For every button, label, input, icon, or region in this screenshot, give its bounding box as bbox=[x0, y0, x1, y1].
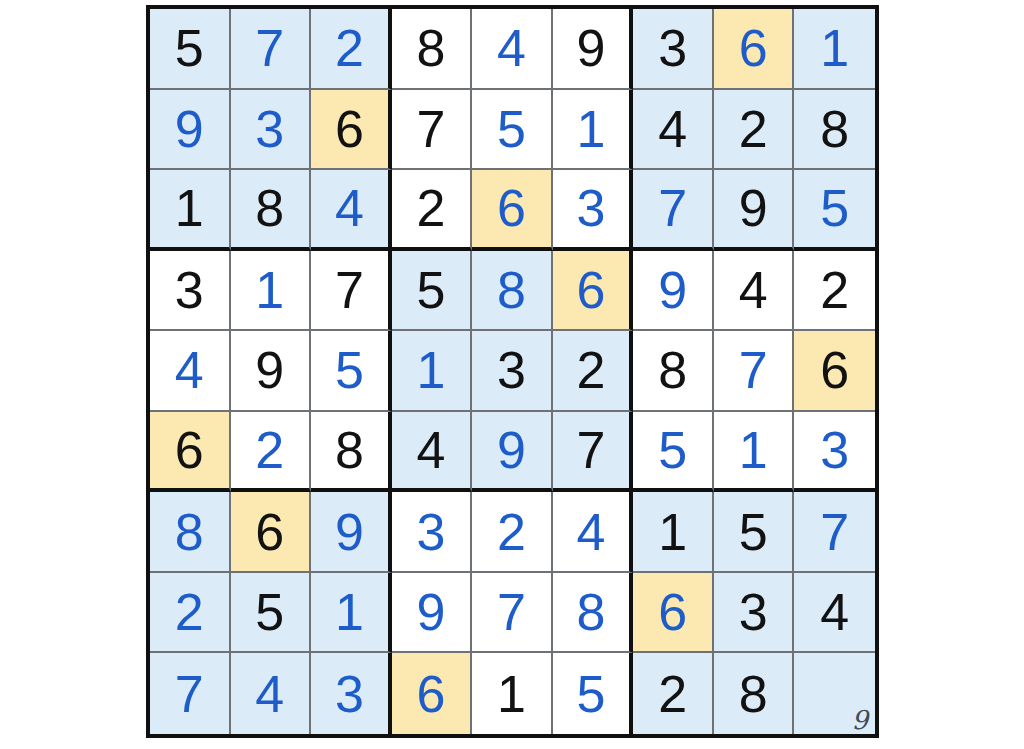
cell-r6c2[interactable]: 2 bbox=[231, 412, 312, 493]
user-digit: 8 bbox=[577, 586, 606, 638]
cell-r1c1[interactable]: 5 bbox=[150, 9, 231, 90]
user-digit: 4 bbox=[497, 22, 526, 74]
cell-r7c3[interactable]: 9 bbox=[311, 492, 392, 573]
cell-r1c6[interactable]: 9 bbox=[553, 9, 634, 90]
given-digit: 1 bbox=[497, 668, 526, 720]
given-digit: 2 bbox=[416, 182, 445, 234]
given-digit: 9 bbox=[577, 22, 606, 74]
user-digit: 7 bbox=[820, 506, 849, 558]
cell-r4c8[interactable]: 4 bbox=[714, 251, 795, 332]
given-digit: 2 bbox=[577, 344, 606, 396]
user-digit: 6 bbox=[658, 586, 687, 638]
cell-r2c4[interactable]: 7 bbox=[392, 90, 473, 171]
cell-r9c2[interactable]: 4 bbox=[231, 653, 312, 734]
user-digit: 9 bbox=[175, 103, 204, 155]
cell-r3c7[interactable]: 7 bbox=[633, 170, 714, 251]
cell-r4c6[interactable]: 6 bbox=[553, 251, 634, 332]
cell-r8c7[interactable]: 6 bbox=[633, 573, 714, 654]
given-digit: 3 bbox=[497, 344, 526, 396]
user-digit: 2 bbox=[175, 586, 204, 638]
user-digit: 6 bbox=[577, 264, 606, 316]
cell-r5c4[interactable]: 1 bbox=[392, 331, 473, 412]
user-digit: 3 bbox=[577, 182, 606, 234]
user-digit: 5 bbox=[577, 668, 606, 720]
cell-r7c9[interactable]: 7 bbox=[794, 492, 875, 573]
cell-r6c5[interactable]: 9 bbox=[472, 412, 553, 493]
sudoku-board: 5728493619367514281842637953175869424951… bbox=[146, 5, 879, 738]
given-digit: 4 bbox=[416, 424, 445, 476]
user-digit: 1 bbox=[255, 264, 284, 316]
given-digit: 1 bbox=[658, 506, 687, 558]
cell-r4c4[interactable]: 5 bbox=[392, 251, 473, 332]
cell-r2c1[interactable]: 9 bbox=[150, 90, 231, 171]
cell-r4c5[interactable]: 8 bbox=[472, 251, 553, 332]
cell-r7c6[interactable]: 4 bbox=[553, 492, 634, 573]
cell-r9c9[interactable]: 9 bbox=[794, 653, 875, 734]
cell-r3c3[interactable]: 4 bbox=[311, 170, 392, 251]
given-digit: 5 bbox=[175, 22, 204, 74]
given-digit: 1 bbox=[175, 182, 204, 234]
cell-r9c3[interactable]: 3 bbox=[311, 653, 392, 734]
given-digit: 5 bbox=[416, 264, 445, 316]
cell-r5c9[interactable]: 6 bbox=[794, 331, 875, 412]
cell-r9c4[interactable]: 6 bbox=[392, 653, 473, 734]
user-digit: 3 bbox=[820, 424, 849, 476]
cell-r6c3[interactable]: 8 bbox=[311, 412, 392, 493]
given-digit: 4 bbox=[739, 264, 768, 316]
user-digit: 3 bbox=[335, 668, 364, 720]
cell-r2c8[interactable]: 2 bbox=[714, 90, 795, 171]
cell-r6c6[interactable]: 7 bbox=[553, 412, 634, 493]
given-digit: 3 bbox=[175, 264, 204, 316]
given-digit: 8 bbox=[335, 424, 364, 476]
user-digit: 1 bbox=[577, 103, 606, 155]
cell-r2c9[interactable]: 8 bbox=[794, 90, 875, 171]
given-digit: 9 bbox=[739, 182, 768, 234]
cell-r1c5[interactable]: 4 bbox=[472, 9, 553, 90]
user-digit: 6 bbox=[497, 182, 526, 234]
cell-r1c8[interactable]: 6 bbox=[714, 9, 795, 90]
user-digit: 5 bbox=[335, 344, 364, 396]
cell-r2c5[interactable]: 5 bbox=[472, 90, 553, 171]
cell-r7c8[interactable]: 5 bbox=[714, 492, 795, 573]
cell-r2c3[interactable]: 6 bbox=[311, 90, 392, 171]
user-digit: 9 bbox=[658, 264, 687, 316]
cell-r6c9[interactable]: 3 bbox=[794, 412, 875, 493]
cell-r3c6[interactable]: 3 bbox=[553, 170, 634, 251]
user-digit: 1 bbox=[739, 424, 768, 476]
user-digit: 7 bbox=[739, 344, 768, 396]
cell-r2c6[interactable]: 1 bbox=[553, 90, 634, 171]
user-digit: 7 bbox=[497, 586, 526, 638]
cell-r5c6[interactable]: 2 bbox=[553, 331, 634, 412]
cell-r6c4[interactable]: 4 bbox=[392, 412, 473, 493]
user-digit: 8 bbox=[175, 506, 204, 558]
given-digit: 5 bbox=[255, 586, 284, 638]
cell-r8c6[interactable]: 8 bbox=[553, 573, 634, 654]
cell-r8c3[interactable]: 1 bbox=[311, 573, 392, 654]
given-digit: 3 bbox=[658, 22, 687, 74]
given-digit: 8 bbox=[416, 22, 445, 74]
cell-r7c1[interactable]: 8 bbox=[150, 492, 231, 573]
cell-r1c4[interactable]: 8 bbox=[392, 9, 473, 90]
given-digit: 7 bbox=[416, 103, 445, 155]
page-background: 5728493619367514281842637953175869424951… bbox=[0, 0, 1024, 749]
given-digit: 4 bbox=[658, 103, 687, 155]
cell-r7c2[interactable]: 6 bbox=[231, 492, 312, 573]
given-digit: 8 bbox=[658, 344, 687, 396]
cell-r5c5[interactable]: 3 bbox=[472, 331, 553, 412]
cell-r4c3[interactable]: 7 bbox=[311, 251, 392, 332]
given-digit: 5 bbox=[739, 506, 768, 558]
user-digit: 7 bbox=[255, 22, 284, 74]
user-digit: 2 bbox=[255, 424, 284, 476]
user-digit: 6 bbox=[416, 668, 445, 720]
given-digit: 7 bbox=[335, 264, 364, 316]
user-digit: 3 bbox=[255, 103, 284, 155]
cell-r9c1[interactable]: 7 bbox=[150, 653, 231, 734]
cell-r7c5[interactable]: 2 bbox=[472, 492, 553, 573]
cell-r8c4[interactable]: 9 bbox=[392, 573, 473, 654]
cell-r4c9[interactable]: 2 bbox=[794, 251, 875, 332]
user-digit: 2 bbox=[335, 22, 364, 74]
pencil-mark-9: 9 bbox=[851, 707, 868, 733]
cell-r4c2[interactable]: 1 bbox=[231, 251, 312, 332]
cell-r2c7[interactable]: 4 bbox=[633, 90, 714, 171]
cell-r3c1[interactable]: 1 bbox=[150, 170, 231, 251]
user-digit: 6 bbox=[739, 22, 768, 74]
given-digit: 2 bbox=[820, 264, 849, 316]
cell-r9c8[interactable]: 8 bbox=[714, 653, 795, 734]
cell-r9c7[interactable]: 2 bbox=[633, 653, 714, 734]
user-digit: 4 bbox=[577, 506, 606, 558]
given-digit: 2 bbox=[739, 103, 768, 155]
user-digit: 1 bbox=[820, 22, 849, 74]
user-digit: 4 bbox=[335, 182, 364, 234]
cell-r1c3[interactable]: 2 bbox=[311, 9, 392, 90]
cell-r8c1[interactable]: 2 bbox=[150, 573, 231, 654]
cell-r4c7[interactable]: 9 bbox=[633, 251, 714, 332]
user-digit: 5 bbox=[820, 182, 849, 234]
given-digit: 7 bbox=[577, 424, 606, 476]
cell-r6c7[interactable]: 5 bbox=[633, 412, 714, 493]
cell-r2c2[interactable]: 3 bbox=[231, 90, 312, 171]
user-digit: 1 bbox=[416, 344, 445, 396]
user-digit: 1 bbox=[335, 586, 364, 638]
cell-r8c2[interactable]: 5 bbox=[231, 573, 312, 654]
given-digit: 3 bbox=[739, 586, 768, 638]
cell-r4c1[interactable]: 3 bbox=[150, 251, 231, 332]
cell-r1c9[interactable]: 1 bbox=[794, 9, 875, 90]
given-digit: 8 bbox=[739, 668, 768, 720]
cell-r8c5[interactable]: 7 bbox=[472, 573, 553, 654]
cell-r3c4[interactable]: 2 bbox=[392, 170, 473, 251]
given-digit: 4 bbox=[820, 586, 849, 638]
user-digit: 9 bbox=[497, 424, 526, 476]
cell-r3c2[interactable]: 8 bbox=[231, 170, 312, 251]
given-digit: 9 bbox=[255, 344, 284, 396]
cell-r3c9[interactable]: 5 bbox=[794, 170, 875, 251]
cell-r5c2[interactable]: 9 bbox=[231, 331, 312, 412]
given-digit: 6 bbox=[820, 344, 849, 396]
given-digit: 6 bbox=[255, 506, 284, 558]
cell-r9c6[interactable]: 5 bbox=[553, 653, 634, 734]
cell-r5c8[interactable]: 7 bbox=[714, 331, 795, 412]
cell-r5c1[interactable]: 4 bbox=[150, 331, 231, 412]
cell-r9c5[interactable]: 1 bbox=[472, 653, 553, 734]
cell-r3c5[interactable]: 6 bbox=[472, 170, 553, 251]
cell-r3c8[interactable]: 9 bbox=[714, 170, 795, 251]
given-digit: 8 bbox=[820, 103, 849, 155]
given-digit: 6 bbox=[335, 103, 364, 155]
user-digit: 7 bbox=[658, 182, 687, 234]
user-digit: 3 bbox=[416, 506, 445, 558]
given-digit: 2 bbox=[658, 668, 687, 720]
user-digit: 9 bbox=[416, 586, 445, 638]
user-digit: 2 bbox=[497, 506, 526, 558]
user-digit: 5 bbox=[497, 103, 526, 155]
cell-r7c4[interactable]: 3 bbox=[392, 492, 473, 573]
cell-r5c7[interactable]: 8 bbox=[633, 331, 714, 412]
user-digit: 4 bbox=[175, 344, 204, 396]
cell-r6c1[interactable]: 6 bbox=[150, 412, 231, 493]
given-digit: 6 bbox=[175, 424, 204, 476]
given-digit: 8 bbox=[255, 182, 284, 234]
cell-r7c7[interactable]: 1 bbox=[633, 492, 714, 573]
cell-r6c8[interactable]: 1 bbox=[714, 412, 795, 493]
cell-r1c2[interactable]: 7 bbox=[231, 9, 312, 90]
cell-r5c3[interactable]: 5 bbox=[311, 331, 392, 412]
user-digit: 5 bbox=[658, 424, 687, 476]
cell-r1c7[interactable]: 3 bbox=[633, 9, 714, 90]
cell-r8c9[interactable]: 4 bbox=[794, 573, 875, 654]
user-digit: 7 bbox=[175, 668, 204, 720]
user-digit: 4 bbox=[255, 668, 284, 720]
user-digit: 9 bbox=[335, 506, 364, 558]
cell-r8c8[interactable]: 3 bbox=[714, 573, 795, 654]
user-digit: 8 bbox=[497, 264, 526, 316]
